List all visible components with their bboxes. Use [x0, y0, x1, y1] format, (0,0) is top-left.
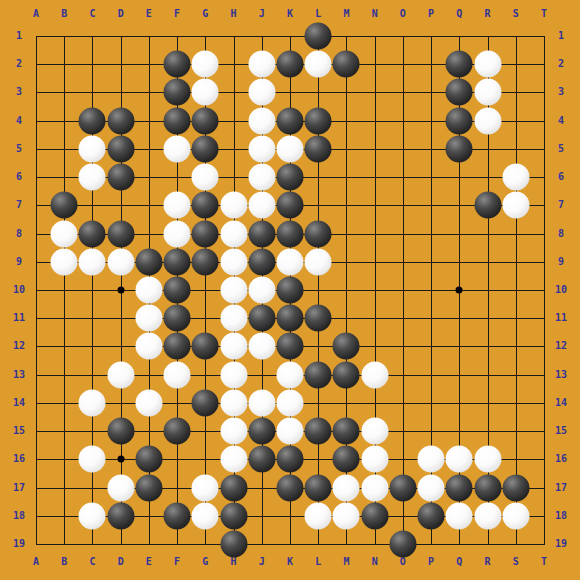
row-label-left: 3: [16, 87, 22, 97]
white-stone-D9: [107, 248, 134, 275]
white-stone-N16: [361, 446, 388, 473]
black-stone-D6: [107, 164, 134, 191]
black-stone-J9: [248, 248, 275, 275]
white-stone-E10: [135, 276, 162, 303]
row-label-left: 4: [16, 116, 22, 126]
column-label-bottom: Q: [456, 557, 462, 567]
grid-line-horizontal: [36, 544, 545, 545]
black-stone-M12: [333, 333, 360, 360]
white-stone-F5: [164, 135, 191, 162]
white-stone-H7: [220, 192, 247, 219]
white-stone-K5: [276, 135, 303, 162]
white-stone-J5: [248, 135, 275, 162]
column-label-top: Q: [456, 9, 462, 19]
black-stone-K2: [276, 51, 303, 78]
white-stone-H13: [220, 361, 247, 388]
star-point: [117, 286, 124, 293]
row-label-left: 19: [13, 539, 25, 549]
white-stone-K14: [276, 389, 303, 416]
white-stone-G17: [192, 474, 219, 501]
white-stone-H9: [220, 248, 247, 275]
row-label-left: 13: [13, 370, 25, 380]
black-stone-D8: [107, 220, 134, 247]
column-label-bottom: R: [485, 557, 491, 567]
column-label-top: A: [33, 9, 39, 19]
black-stone-J11: [248, 305, 275, 332]
black-stone-G12: [192, 333, 219, 360]
black-stone-K11: [276, 305, 303, 332]
column-label-bottom: C: [89, 557, 95, 567]
white-stone-C9: [79, 248, 106, 275]
white-stone-F7: [164, 192, 191, 219]
black-stone-L5: [305, 135, 332, 162]
row-label-left: 1: [16, 31, 22, 41]
column-label-top: C: [89, 9, 95, 19]
black-stone-E16: [135, 446, 162, 473]
column-label-top: B: [61, 9, 67, 19]
row-label-left: 9: [16, 257, 22, 267]
row-label-left: 2: [16, 59, 22, 69]
white-stone-H16: [220, 446, 247, 473]
column-label-bottom: L: [315, 557, 321, 567]
row-label-left: 17: [13, 483, 25, 493]
row-label-left: 14: [13, 398, 25, 408]
white-stone-H10: [220, 276, 247, 303]
white-stone-C18: [79, 502, 106, 529]
white-stone-J2: [248, 51, 275, 78]
white-stone-L9: [305, 248, 332, 275]
row-label-right: 2: [558, 59, 564, 69]
black-stone-K17: [276, 474, 303, 501]
white-stone-M17: [333, 474, 360, 501]
column-label-top: S: [513, 9, 519, 19]
black-stone-M15: [333, 418, 360, 445]
black-stone-N18: [361, 502, 388, 529]
column-label-top: E: [146, 9, 152, 19]
black-stone-R17: [474, 474, 501, 501]
row-label-left: 8: [16, 229, 22, 239]
white-stone-D17: [107, 474, 134, 501]
black-stone-D18: [107, 502, 134, 529]
black-stone-M16: [333, 446, 360, 473]
black-stone-K6: [276, 164, 303, 191]
black-stone-F9: [164, 248, 191, 275]
row-label-left: 16: [13, 454, 25, 464]
black-stone-L11: [305, 305, 332, 332]
black-stone-L15: [305, 418, 332, 445]
white-stone-B8: [51, 220, 78, 247]
row-label-right: 16: [555, 454, 567, 464]
column-label-bottom: J: [259, 557, 265, 567]
white-stone-R2: [474, 51, 501, 78]
white-stone-F8: [164, 220, 191, 247]
row-label-right: 18: [555, 511, 567, 521]
column-label-top: F: [174, 9, 180, 19]
column-label-bottom: F: [174, 557, 180, 567]
black-stone-J15: [248, 418, 275, 445]
white-stone-F13: [164, 361, 191, 388]
column-label-bottom: M: [343, 557, 349, 567]
black-stone-P18: [418, 502, 445, 529]
row-label-right: 14: [555, 398, 567, 408]
black-stone-J8: [248, 220, 275, 247]
black-stone-H18: [220, 502, 247, 529]
white-stone-P16: [418, 446, 445, 473]
black-stone-H19: [220, 530, 247, 557]
white-stone-R16: [474, 446, 501, 473]
column-label-top: O: [400, 9, 406, 19]
column-label-top: D: [118, 9, 124, 19]
row-label-right: 4: [558, 116, 564, 126]
column-label-top: R: [485, 9, 491, 19]
black-stone-F18: [164, 502, 191, 529]
black-stone-F3: [164, 79, 191, 106]
white-stone-H15: [220, 418, 247, 445]
row-label-right: 11: [555, 313, 567, 323]
column-label-top: L: [315, 9, 321, 19]
black-stone-G7: [192, 192, 219, 219]
black-stone-S17: [502, 474, 529, 501]
white-stone-R3: [474, 79, 501, 106]
black-stone-L13: [305, 361, 332, 388]
black-stone-E17: [135, 474, 162, 501]
white-stone-H8: [220, 220, 247, 247]
column-label-top: H: [231, 9, 237, 19]
row-label-right: 6: [558, 172, 564, 182]
row-label-right: 1: [558, 31, 564, 41]
white-stone-K13: [276, 361, 303, 388]
row-label-right: 19: [555, 539, 567, 549]
column-label-top: M: [343, 9, 349, 19]
white-stone-G2: [192, 51, 219, 78]
grid-line-vertical: [516, 36, 517, 545]
black-stone-K4: [276, 107, 303, 134]
white-stone-J3: [248, 79, 275, 106]
white-stone-J12: [248, 333, 275, 360]
row-label-left: 6: [16, 172, 22, 182]
white-stone-R18: [474, 502, 501, 529]
column-label-bottom: T: [541, 557, 547, 567]
white-stone-N13: [361, 361, 388, 388]
column-label-bottom: E: [146, 557, 152, 567]
white-stone-H14: [220, 389, 247, 416]
white-stone-L2: [305, 51, 332, 78]
black-stone-G9: [192, 248, 219, 275]
row-label-right: 17: [555, 483, 567, 493]
row-label-left: 7: [16, 200, 22, 210]
white-stone-S18: [502, 502, 529, 529]
white-stone-E11: [135, 305, 162, 332]
black-stone-K7: [276, 192, 303, 219]
black-stone-R7: [474, 192, 501, 219]
black-stone-Q3: [446, 79, 473, 106]
black-stone-L8: [305, 220, 332, 247]
black-stone-F2: [164, 51, 191, 78]
black-stone-M13: [333, 361, 360, 388]
black-stone-K12: [276, 333, 303, 360]
black-stone-L4: [305, 107, 332, 134]
black-stone-Q5: [446, 135, 473, 162]
row-label-right: 13: [555, 370, 567, 380]
column-label-top: T: [541, 9, 547, 19]
white-stone-L18: [305, 502, 332, 529]
column-label-bottom: G: [202, 557, 208, 567]
white-stone-E12: [135, 333, 162, 360]
column-label-bottom: S: [513, 557, 519, 567]
black-stone-K8: [276, 220, 303, 247]
star-point: [456, 286, 463, 293]
column-label-top: J: [259, 9, 265, 19]
white-stone-K15: [276, 418, 303, 445]
row-label-right: 5: [558, 144, 564, 154]
grid-line-vertical: [544, 36, 545, 545]
black-stone-L1: [305, 23, 332, 50]
white-stone-N15: [361, 418, 388, 445]
white-stone-G6: [192, 164, 219, 191]
black-stone-K10: [276, 276, 303, 303]
row-label-left: 18: [13, 511, 25, 521]
row-label-left: 11: [13, 313, 25, 323]
white-stone-E14: [135, 389, 162, 416]
column-label-top: K: [287, 9, 293, 19]
white-stone-S6: [502, 164, 529, 191]
white-stone-R4: [474, 107, 501, 134]
column-label-bottom: N: [372, 557, 378, 567]
column-label-bottom: O: [400, 557, 406, 567]
black-stone-K16: [276, 446, 303, 473]
black-stone-G5: [192, 135, 219, 162]
white-stone-S7: [502, 192, 529, 219]
white-stone-C16: [79, 446, 106, 473]
column-label-bottom: A: [33, 557, 39, 567]
white-stone-J4: [248, 107, 275, 134]
black-stone-G14: [192, 389, 219, 416]
row-label-right: 10: [555, 285, 567, 295]
black-stone-E9: [135, 248, 162, 275]
white-stone-Q16: [446, 446, 473, 473]
black-stone-B7: [51, 192, 78, 219]
white-stone-J7: [248, 192, 275, 219]
black-stone-Q4: [446, 107, 473, 134]
black-stone-Q2: [446, 51, 473, 78]
black-stone-C8: [79, 220, 106, 247]
black-stone-D4: [107, 107, 134, 134]
row-label-right: 9: [558, 257, 564, 267]
white-stone-D13: [107, 361, 134, 388]
black-stone-H17: [220, 474, 247, 501]
white-stone-J6: [248, 164, 275, 191]
white-stone-B9: [51, 248, 78, 275]
white-stone-H11: [220, 305, 247, 332]
white-stone-C14: [79, 389, 106, 416]
star-point: [117, 456, 124, 463]
column-label-top: G: [202, 9, 208, 19]
black-stone-G8: [192, 220, 219, 247]
black-stone-M2: [333, 51, 360, 78]
white-stone-C6: [79, 164, 106, 191]
white-stone-G18: [192, 502, 219, 529]
white-stone-H12: [220, 333, 247, 360]
row-label-left: 10: [13, 285, 25, 295]
black-stone-F10: [164, 276, 191, 303]
column-label-top: N: [372, 9, 378, 19]
black-stone-O17: [389, 474, 416, 501]
black-stone-F4: [164, 107, 191, 134]
white-stone-N17: [361, 474, 388, 501]
black-stone-L17: [305, 474, 332, 501]
column-label-bottom: H: [231, 557, 237, 567]
row-label-right: 3: [558, 87, 564, 97]
white-stone-M18: [333, 502, 360, 529]
white-stone-P17: [418, 474, 445, 501]
white-stone-Q18: [446, 502, 473, 529]
column-label-top: P: [428, 9, 434, 19]
column-label-bottom: D: [118, 557, 124, 567]
black-stone-C4: [79, 107, 106, 134]
black-stone-F15: [164, 418, 191, 445]
white-stone-J10: [248, 276, 275, 303]
grid-line-vertical: [403, 36, 404, 545]
white-stone-C5: [79, 135, 106, 162]
row-label-right: 7: [558, 200, 564, 210]
column-label-bottom: B: [61, 557, 67, 567]
row-label-right: 15: [555, 426, 567, 436]
black-stone-F12: [164, 333, 191, 360]
black-stone-D5: [107, 135, 134, 162]
black-stone-J16: [248, 446, 275, 473]
row-label-left: 5: [16, 144, 22, 154]
black-stone-G4: [192, 107, 219, 134]
column-label-bottom: K: [287, 557, 293, 567]
column-label-bottom: P: [428, 557, 434, 567]
white-stone-G3: [192, 79, 219, 106]
black-stone-O19: [389, 530, 416, 557]
black-stone-Q17: [446, 474, 473, 501]
row-label-left: 15: [13, 426, 25, 436]
go-board-screenshot: AABBCCDDEEFFGGHHJJKKLLMMNNOOPPQQRRSSTT11…: [0, 0, 580, 580]
row-label-right: 8: [558, 229, 564, 239]
row-label-left: 12: [13, 341, 25, 351]
black-stone-F11: [164, 305, 191, 332]
black-stone-D15: [107, 418, 134, 445]
white-stone-K9: [276, 248, 303, 275]
white-stone-J14: [248, 389, 275, 416]
row-label-right: 12: [555, 341, 567, 351]
